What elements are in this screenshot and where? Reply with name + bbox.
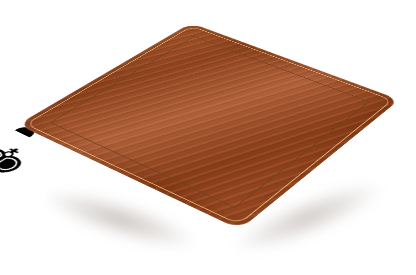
square-g3 (194, 37, 368, 102)
square-a5 (194, 37, 368, 102)
square-e4 (194, 37, 368, 102)
square-d1 (194, 37, 368, 102)
square-h3 (194, 37, 368, 102)
square-e8 (194, 37, 368, 102)
square-c5 (194, 37, 368, 102)
square-a7 (194, 37, 368, 102)
square-g4 (194, 37, 368, 102)
square-f6 (194, 37, 368, 102)
square-a1 (194, 37, 368, 102)
square-f4 (194, 37, 368, 102)
square-d3 (194, 37, 368, 102)
square-e2 (194, 37, 368, 102)
square-c3 (194, 37, 368, 102)
square-c2 (194, 37, 368, 102)
square-c1 (194, 37, 368, 102)
square-h4 (194, 37, 368, 102)
square-d4 (194, 37, 368, 102)
square-h6 (194, 37, 368, 102)
square-h2 (194, 37, 368, 102)
square-a6 (194, 37, 368, 102)
square-b8 (194, 37, 368, 102)
square-d5 (194, 37, 368, 102)
square-d7 (194, 37, 368, 102)
squares-grid (194, 37, 368, 102)
square-f7 (194, 37, 368, 102)
square-b6 (194, 37, 368, 102)
square-h1 (194, 37, 368, 102)
square-d8 (194, 37, 368, 102)
square-g5 (194, 37, 368, 102)
square-c6 (194, 37, 368, 102)
square-g7 (194, 37, 368, 102)
piece-shadow (0, 120, 26, 134)
square-f8 (194, 37, 368, 102)
square-f5 (194, 37, 368, 102)
square-e7 (194, 37, 368, 102)
square-b2 (194, 37, 368, 102)
square-e5 (194, 37, 368, 102)
square-a4 (194, 37, 368, 102)
square-g6 (194, 37, 368, 102)
chess-board-box: ♜♟♞♟♝♟♚♟♛♟♟♝♜♟♟♞♞♟♟♜♝♟♟♚♟♛♟♝♟♞♟♜ (18, 23, 400, 229)
chess-set-photo: ♜♟♞♟♝♟♚♟♛♟♟♝♜♟♟♞♞♟♟♜♝♟♟♚♟♛♟♝♟♞♟♜ (0, 0, 416, 275)
square-d2 (194, 37, 368, 102)
square-h5 (194, 37, 368, 102)
square-b5 (194, 37, 368, 102)
square-f3 (194, 37, 368, 102)
square-c4 (194, 37, 368, 102)
square-a3 (194, 37, 368, 102)
square-b4 (194, 37, 368, 102)
square-e6 (194, 37, 368, 102)
square-d6 (194, 37, 368, 102)
square-e1 (194, 37, 368, 102)
square-b7 (194, 37, 368, 102)
square-b3 (194, 37, 368, 102)
square-h7 (194, 37, 368, 102)
square-f1 (194, 37, 368, 102)
square-g8 (194, 37, 368, 102)
square-e3 (194, 37, 368, 102)
square-c8 (194, 37, 368, 102)
board-top-surface (18, 23, 400, 229)
scene: ♜♟♞♟♝♟♚♟♛♟♟♝♜♟♟♞♞♟♟♜♝♟♟♚♟♛♟♝♟♞♟♜ (0, 0, 416, 275)
square-b1 (194, 37, 368, 102)
square-c7 (194, 37, 368, 102)
piece-shadow (0, 133, 2, 152)
square-g2 (194, 37, 368, 102)
square-f2 (194, 37, 368, 102)
square-g1 (194, 37, 368, 102)
square-h8 (194, 37, 368, 102)
piece-shadow (0, 127, 13, 141)
square-a8 (194, 37, 368, 102)
square-a2 (194, 37, 368, 102)
